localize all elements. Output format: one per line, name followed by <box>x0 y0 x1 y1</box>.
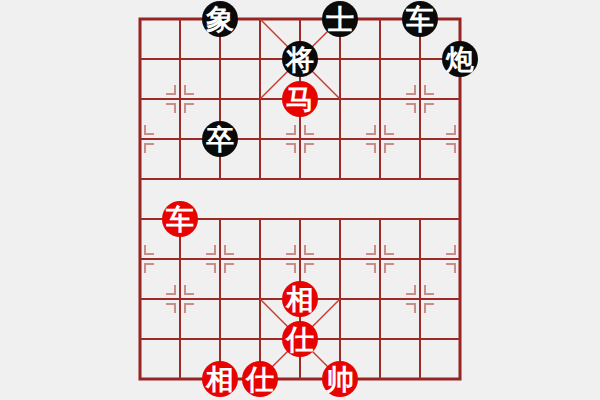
piece-black-general[interactable]: 将 <box>282 41 318 77</box>
piece-black-advisor[interactable]: 士 <box>322 1 358 37</box>
piece-black-soldier[interactable]: 卒 <box>202 121 238 157</box>
piece-red-horse[interactable]: 马 <box>282 81 318 117</box>
piece-red-elephant-left[interactable]: 相 <box>202 361 238 397</box>
piece-red-advisor-center[interactable]: 仕 <box>282 321 318 357</box>
piece-red-chariot[interactable]: 车 <box>162 201 198 237</box>
piece-black-chariot[interactable]: 车 <box>402 1 438 37</box>
piece-black-elephant[interactable]: 象 <box>202 1 238 37</box>
piece-black-cannon[interactable]: 炮 <box>442 41 478 77</box>
xiangqi-app: 象士车将炮马卒车相仕相仕帅 <box>0 0 600 400</box>
piece-red-elephant-center[interactable]: 相 <box>282 281 318 317</box>
piece-red-advisor-left[interactable]: 仕 <box>242 361 278 397</box>
piece-red-general[interactable]: 帅 <box>322 361 358 397</box>
